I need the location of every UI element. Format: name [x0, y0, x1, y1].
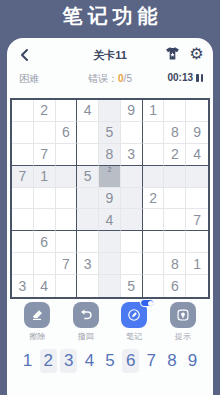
sudoku-cell-r2c4[interactable] — [77, 122, 99, 144]
sudoku-cell-r6c7[interactable] — [143, 209, 165, 231]
sudoku-cell-r5c7[interactable]: 2 — [143, 188, 165, 210]
numpad-7[interactable]: 7 — [143, 349, 160, 373]
sudoku-cell-r3c4[interactable] — [77, 144, 99, 166]
sudoku-cell-r3c2[interactable]: 7 — [34, 144, 56, 166]
undo-icon — [79, 308, 93, 322]
sudoku-cell-r8c1[interactable] — [12, 253, 34, 275]
timer: 00:13 — [167, 72, 193, 83]
sudoku-cell-r3c8[interactable]: 2 — [164, 144, 186, 166]
sudoku-cell-r1c1[interactable] — [12, 100, 34, 122]
sudoku-cell-r2c7[interactable] — [143, 122, 165, 144]
sudoku-cell-r9c4[interactable] — [77, 275, 99, 297]
sudoku-cell-r6c6[interactable] — [121, 209, 143, 231]
sudoku-cell-r3c9[interactable]: 4 — [186, 144, 208, 166]
sudoku-cell-r9c8[interactable]: 6 — [164, 275, 186, 297]
sudoku-cell-r5c4[interactable] — [77, 188, 99, 210]
notes-button[interactable]: 笔记 — [114, 302, 154, 342]
sudoku-cell-r3c5[interactable]: 8 — [99, 144, 121, 166]
notes-label: 笔记 — [126, 331, 142, 342]
undo-label: 撤回 — [78, 331, 94, 342]
sudoku-cell-r7c8[interactable] — [164, 231, 186, 253]
sudoku-cell-r2c6[interactable] — [121, 122, 143, 144]
sudoku-cell-r9c9[interactable] — [186, 275, 208, 297]
sudoku-cell-r2c2[interactable] — [34, 122, 56, 144]
sudoku-cell-r3c7[interactable] — [143, 144, 165, 166]
sudoku-cell-r5c6[interactable] — [121, 188, 143, 210]
tshirt-icon — [164, 45, 181, 62]
sudoku-cell-r1c9[interactable] — [186, 100, 208, 122]
sudoku-cell-r4c4[interactable]: 5 — [77, 166, 99, 188]
erase-button[interactable]: 擦除 — [17, 302, 57, 342]
sudoku-cell-r5c2[interactable] — [34, 188, 56, 210]
sudoku-cell-r2c8[interactable]: 8 — [164, 122, 186, 144]
sudoku-cell-r8c8[interactable]: 8 — [164, 253, 186, 275]
sudoku-cell-r7c9[interactable] — [186, 231, 208, 253]
sudoku-cell-r7c3[interactable] — [56, 231, 78, 253]
settings-button[interactable]: ⚙ — [188, 45, 205, 62]
pause-button[interactable] — [196, 74, 203, 82]
sudoku-cell-r9c7[interactable] — [143, 275, 165, 297]
sudoku-cell-r7c2[interactable]: 6 — [34, 231, 56, 253]
sudoku-cell-r4c1[interactable]: 7 — [12, 166, 34, 188]
numpad-2[interactable]: 2 — [40, 349, 57, 373]
sudoku-cell-r6c3[interactable] — [56, 209, 78, 231]
pause-icon — [201, 74, 204, 82]
sudoku-cell-r2c5[interactable]: 5 — [99, 122, 121, 144]
numpad-6[interactable]: 6 — [122, 349, 139, 373]
game-card: 关卡11 ⚙ 困难 错误：0/5 00:13 24916589783247152… — [7, 38, 213, 395]
sudoku-cell-r7c4[interactable] — [77, 231, 99, 253]
sudoku-cell-r8c9[interactable]: 1 — [186, 253, 208, 275]
header: 关卡11 ⚙ — [7, 45, 213, 67]
sudoku-cell-r1c3[interactable] — [56, 100, 78, 122]
sudoku-cell-r8c5[interactable] — [99, 253, 121, 275]
hint-label: 提示 — [175, 331, 191, 342]
sudoku-cell-r6c9[interactable]: 7 — [186, 209, 208, 231]
sudoku-cell-r1c5[interactable] — [99, 100, 121, 122]
sudoku-cell-r9c3[interactable] — [56, 275, 78, 297]
sudoku-cell-r7c7[interactable] — [143, 231, 165, 253]
numpad: 123456789 — [7, 346, 213, 376]
sudoku-cell-r8c3[interactable]: 7 — [56, 253, 78, 275]
gear-icon: ⚙ — [189, 46, 203, 62]
sudoku-cell-r7c6[interactable] — [121, 231, 143, 253]
sudoku-cell-r6c8[interactable] — [164, 209, 186, 231]
sudoku-cell-r7c5[interactable] — [99, 231, 121, 253]
numpad-5[interactable]: 5 — [102, 349, 119, 373]
sudoku-cell-r8c6[interactable] — [121, 253, 143, 275]
pen-icon — [127, 308, 141, 322]
numpad-8[interactable]: 8 — [163, 349, 180, 373]
sudoku-cell-r9c5[interactable] — [99, 275, 121, 297]
sudoku-cell-r5c5[interactable]: 9 — [99, 188, 121, 210]
sudoku-board: 249165897832471529247673813456 — [10, 98, 210, 299]
page-title: 笔记功能 — [0, 3, 220, 30]
sudoku-cell-r8c2[interactable] — [34, 253, 56, 275]
sudoku-cell-r6c1[interactable] — [12, 209, 34, 231]
notes-toggle-on[interactable] — [140, 299, 154, 307]
sudoku-cell-r4c5[interactable]: 2 — [99, 166, 121, 188]
sudoku-cell-r4c6[interactable] — [121, 166, 143, 188]
hint-button[interactable]: 提示 — [163, 302, 203, 342]
eraser-icon — [30, 308, 44, 322]
theme-shirt-button[interactable] — [164, 45, 181, 62]
sudoku-cell-r3c1[interactable] — [12, 144, 34, 166]
hint-bulb-icon — [176, 308, 190, 322]
sudoku-cell-r4c7[interactable] — [143, 166, 165, 188]
sudoku-cell-r2c3[interactable]: 6 — [56, 122, 78, 144]
numpad-1[interactable]: 1 — [19, 349, 36, 373]
sudoku-cell-r1c4[interactable]: 4 — [77, 100, 99, 122]
sudoku-cell-r4c8[interactable] — [164, 166, 186, 188]
sudoku-cell-r2c1[interactable] — [12, 122, 34, 144]
sudoku-cell-r6c5[interactable]: 4 — [99, 209, 121, 231]
numpad-3[interactable]: 3 — [60, 349, 77, 373]
sudoku-cell-r6c2[interactable] — [34, 209, 56, 231]
sudoku-cell-r9c1[interactable]: 3 — [12, 275, 34, 297]
sudoku-cell-r5c9[interactable] — [186, 188, 208, 210]
pencil-note: 2 — [99, 166, 120, 173]
sudoku-cell-r9c2[interactable]: 4 — [34, 275, 56, 297]
sudoku-cell-r5c1[interactable] — [12, 188, 34, 210]
sudoku-cell-r1c7[interactable]: 1 — [143, 100, 165, 122]
sudoku-cell-r8c7[interactable] — [143, 253, 165, 275]
sudoku-cell-r4c2[interactable]: 1 — [34, 166, 56, 188]
sudoku-cell-r3c3[interactable] — [56, 144, 78, 166]
sudoku-cell-r1c8[interactable] — [164, 100, 186, 122]
numpad-4[interactable]: 4 — [81, 349, 98, 373]
toolbar: 擦除 撤回 笔记 — [7, 302, 213, 344]
sudoku-cell-r2c9[interactable]: 9 — [186, 122, 208, 144]
sudoku-cell-r7c1[interactable] — [12, 231, 34, 253]
sudoku-cell-r6c4[interactable] — [77, 209, 99, 231]
sudoku-cell-r5c8[interactable] — [164, 188, 186, 210]
sudoku-cell-r3c6[interactable]: 3 — [121, 144, 143, 166]
numpad-9[interactable]: 9 — [184, 349, 201, 373]
sudoku-cell-r9c6[interactable]: 5 — [121, 275, 143, 297]
erase-label: 擦除 — [29, 331, 45, 342]
sudoku-cell-r4c3[interactable] — [56, 166, 78, 188]
sudoku-cell-r1c2[interactable]: 2 — [34, 100, 56, 122]
sudoku-cell-r4c9[interactable] — [186, 166, 208, 188]
sudoku-cell-r1c6[interactable]: 9 — [121, 100, 143, 122]
sudoku-cell-r8c4[interactable]: 3 — [77, 253, 99, 275]
sudoku-cell-r5c3[interactable] — [56, 188, 78, 210]
status-bar: 困难 错误：0/5 00:13 — [7, 71, 213, 85]
pause-icon — [196, 74, 199, 82]
undo-button[interactable]: 撤回 — [66, 302, 106, 342]
